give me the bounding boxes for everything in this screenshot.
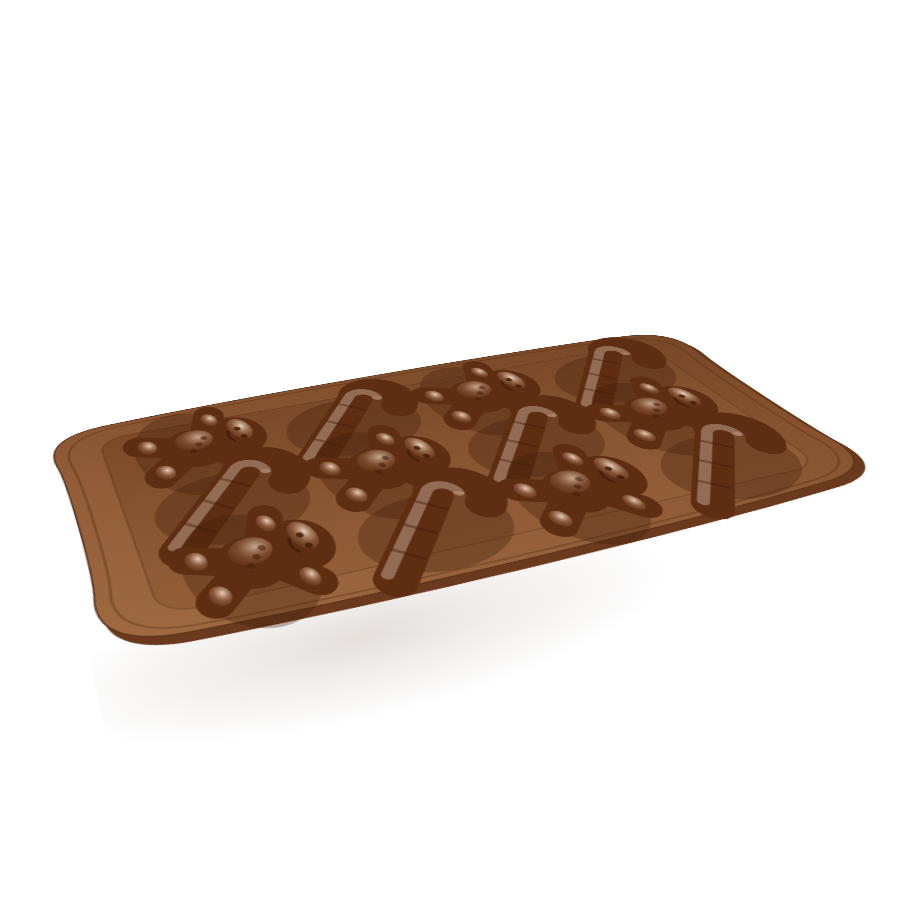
product-photo-stage bbox=[0, 0, 900, 900]
